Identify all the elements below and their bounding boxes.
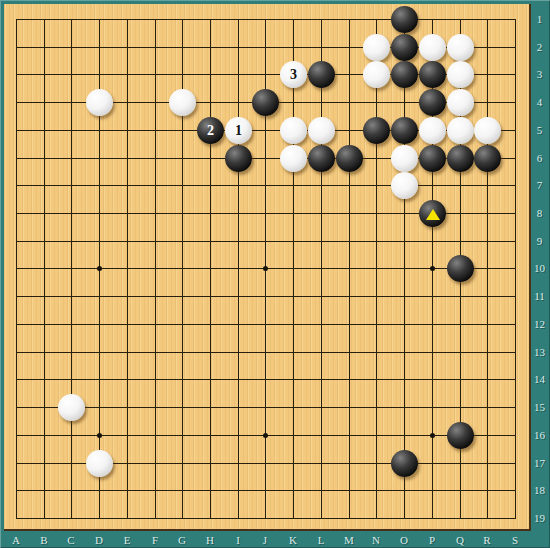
white-stone-P5[interactable]	[419, 117, 446, 144]
col-label-E: E	[119, 534, 135, 546]
white-stone-K5[interactable]	[280, 117, 307, 144]
grid-hline	[16, 19, 516, 20]
col-label-N: N	[368, 534, 384, 546]
row-label-4: 4	[530, 96, 549, 108]
col-label-B: B	[36, 534, 52, 546]
grid-hline	[16, 379, 516, 380]
black-stone-P3[interactable]	[419, 61, 446, 88]
white-stone-I5[interactable]: 1	[225, 117, 252, 144]
row-label-18: 18	[530, 484, 549, 496]
grid-hline	[16, 407, 516, 408]
row-label-3: 3	[530, 68, 549, 80]
white-stone-K6[interactable]	[280, 145, 307, 172]
col-label-S: S	[507, 534, 523, 546]
col-label-R: R	[479, 534, 495, 546]
grid-hline	[16, 490, 516, 491]
col-label-K: K	[285, 534, 301, 546]
black-stone-Q10[interactable]	[447, 255, 474, 282]
row-label-14: 14	[530, 373, 549, 385]
black-stone-P4[interactable]	[419, 89, 446, 116]
grid-vline	[515, 19, 516, 518]
row-label-12: 12	[530, 318, 549, 330]
row-label-9: 9	[530, 235, 549, 247]
black-stone-L3[interactable]	[308, 61, 335, 88]
col-label-G: G	[174, 534, 190, 546]
grid-hline	[16, 241, 516, 242]
white-stone-C15[interactable]	[58, 394, 85, 421]
row-label-2: 2	[530, 41, 549, 53]
col-label-I: I	[230, 534, 246, 546]
black-stone-I6[interactable]	[225, 145, 252, 172]
star-point	[430, 266, 435, 271]
grid-vline	[321, 19, 322, 518]
star-point	[263, 266, 268, 271]
row-label-1: 1	[530, 13, 549, 25]
black-stone-O17[interactable]	[391, 450, 418, 477]
row-label-16: 16	[530, 429, 549, 441]
white-stone-O6[interactable]	[391, 145, 418, 172]
row-label-6: 6	[530, 152, 549, 164]
grid-hline	[16, 324, 516, 325]
star-point	[97, 433, 102, 438]
col-label-L: L	[313, 534, 329, 546]
black-stone-R6[interactable]	[474, 145, 501, 172]
move-number-label-I5: 1	[225, 117, 252, 144]
row-label-17: 17	[530, 457, 549, 469]
black-stone-H5[interactable]: 2	[197, 117, 224, 144]
triangle-marker-icon	[426, 208, 440, 219]
black-stone-P6[interactable]	[419, 145, 446, 172]
black-stone-N5[interactable]	[363, 117, 390, 144]
white-stone-P2[interactable]	[419, 34, 446, 61]
grid-hline	[16, 518, 516, 519]
row-label-8: 8	[530, 207, 549, 219]
black-stone-O1[interactable]	[391, 6, 418, 33]
white-stone-Q2[interactable]	[447, 34, 474, 61]
black-stone-O2[interactable]	[391, 34, 418, 61]
move-number-label-K3: 3	[280, 61, 307, 88]
white-stone-Q3[interactable]	[447, 61, 474, 88]
black-stone-O5[interactable]	[391, 117, 418, 144]
col-label-M: M	[341, 534, 357, 546]
col-label-A: A	[8, 534, 24, 546]
col-label-H: H	[202, 534, 218, 546]
white-stone-Q5[interactable]	[447, 117, 474, 144]
white-stone-G4[interactable]	[169, 89, 196, 116]
black-stone-L6[interactable]	[308, 145, 335, 172]
grid-vline	[376, 19, 377, 518]
white-stone-D17[interactable]	[86, 450, 113, 477]
col-label-P: P	[424, 534, 440, 546]
goban[interactable]: 321	[4, 4, 531, 531]
grid-vline	[293, 19, 294, 518]
white-stone-K3[interactable]: 3	[280, 61, 307, 88]
grid-hline	[16, 296, 516, 297]
white-stone-N3[interactable]	[363, 61, 390, 88]
col-label-F: F	[147, 534, 163, 546]
black-stone-Q6[interactable]	[447, 145, 474, 172]
move-number-label-H5: 2	[197, 117, 224, 144]
white-stone-O7[interactable]	[391, 172, 418, 199]
grid-hline	[16, 185, 516, 186]
row-label-5: 5	[530, 124, 549, 136]
black-stone-O3[interactable]	[391, 61, 418, 88]
grid-vline	[404, 19, 405, 518]
row-label-15: 15	[530, 401, 549, 413]
white-stone-Q4[interactable]	[447, 89, 474, 116]
row-label-13: 13	[530, 346, 549, 358]
row-label-7: 7	[530, 179, 549, 191]
white-stone-N2[interactable]	[363, 34, 390, 61]
col-label-D: D	[91, 534, 107, 546]
col-label-Q: Q	[452, 534, 468, 546]
col-label-J: J	[257, 534, 273, 546]
row-label-11: 11	[530, 290, 549, 302]
row-label-19: 19	[530, 512, 549, 524]
black-stone-P8[interactable]	[419, 200, 446, 227]
board-frame: Go (19x19 board diagram) 321 ABCDEFGHIJK…	[0, 0, 550, 548]
black-stone-J4[interactable]	[252, 89, 279, 116]
col-label-O: O	[396, 534, 412, 546]
grid-vline	[487, 19, 488, 518]
star-point	[430, 433, 435, 438]
row-label-10: 10	[530, 262, 549, 274]
grid-hline	[16, 352, 516, 353]
col-label-C: C	[63, 534, 79, 546]
star-point	[263, 433, 268, 438]
white-stone-R5[interactable]	[474, 117, 501, 144]
star-point	[97, 266, 102, 271]
black-stone-Q16[interactable]	[447, 422, 474, 449]
grid-vline	[349, 19, 350, 518]
black-stone-M6[interactable]	[336, 145, 363, 172]
white-stone-D4[interactable]	[86, 89, 113, 116]
white-stone-L5[interactable]	[308, 117, 335, 144]
